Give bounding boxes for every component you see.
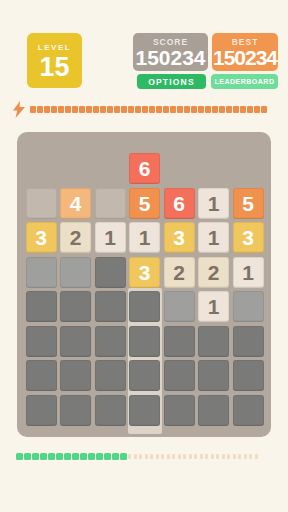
block-dark[interactable] — [164, 326, 195, 357]
energy-segment — [149, 106, 155, 113]
energy-segment — [177, 106, 183, 113]
tile-1[interactable]: 1 — [233, 257, 264, 288]
block-dark[interactable] — [164, 395, 195, 426]
tile-4[interactable]: 4 — [60, 188, 91, 219]
energy-bar — [30, 106, 267, 113]
block-dark[interactable] — [95, 257, 126, 288]
goal-segment-filled — [120, 453, 127, 460]
empty-cell[interactable] — [198, 153, 229, 184]
energy-segment — [240, 106, 246, 113]
empty-cell[interactable] — [233, 153, 264, 184]
energy-segment — [100, 106, 106, 113]
energy-segment — [121, 106, 127, 113]
energy-segment — [170, 106, 176, 113]
energy-segment — [79, 106, 85, 113]
energy-segment — [93, 106, 99, 113]
energy-segment — [142, 106, 148, 113]
goal-segment-remaining — [167, 454, 170, 459]
tile-3[interactable]: 3 — [129, 257, 160, 288]
goal-segment-remaining — [227, 454, 230, 459]
energy-segment — [226, 106, 232, 113]
tile-1[interactable]: 1 — [129, 222, 160, 253]
tile-3[interactable]: 3 — [26, 222, 57, 253]
block-dark[interactable] — [95, 291, 126, 322]
block-dark[interactable] — [26, 360, 57, 391]
tile-1[interactable]: 1 — [198, 291, 229, 322]
tile-3[interactable]: 3 — [233, 222, 264, 253]
block-dark[interactable] — [60, 326, 91, 357]
empty-cell[interactable] — [60, 153, 91, 184]
tile-1[interactable]: 1 — [198, 222, 229, 253]
block-dark[interactable] — [129, 395, 160, 426]
goal-segment-filled — [96, 453, 103, 460]
goal-segment-remaining — [183, 454, 186, 459]
goal-segment-filled — [16, 453, 23, 460]
goal-segment-filled — [56, 453, 63, 460]
block-dark[interactable] — [95, 360, 126, 391]
tile-5[interactable]: 5 — [233, 188, 264, 219]
energy-segment — [205, 106, 211, 113]
tile-2[interactable]: 2 — [60, 222, 91, 253]
goal-segment-remaining — [222, 454, 225, 459]
goal-segment-filled — [88, 453, 95, 460]
goal-segment-filled — [48, 453, 55, 460]
goal-segment-remaining — [172, 454, 175, 459]
goal-segment-remaining — [238, 454, 241, 459]
block-dark[interactable] — [60, 395, 91, 426]
energy-segment — [30, 106, 36, 113]
empty-cell[interactable] — [95, 153, 126, 184]
level-label: LEVEL — [27, 43, 82, 52]
best-badge: BEST 150234 — [212, 33, 278, 71]
energy-segment — [58, 106, 64, 113]
tile-2[interactable]: 2 — [164, 257, 195, 288]
goal-segment-filled — [32, 453, 39, 460]
block-gray[interactable] — [233, 291, 264, 322]
goal-segment-filled — [72, 453, 79, 460]
goal-progress-bar — [16, 453, 260, 460]
goal-segment-remaining — [189, 454, 192, 459]
energy-segment — [51, 106, 57, 113]
energy-segment — [247, 106, 253, 113]
block-dark[interactable] — [198, 395, 229, 426]
goal-segment-remaining — [150, 454, 153, 459]
block-dark[interactable] — [60, 360, 91, 391]
goal-segment-remaining — [128, 454, 131, 459]
best-value: 150234 — [212, 47, 278, 69]
block-dark[interactable] — [60, 291, 91, 322]
block-dark[interactable] — [198, 360, 229, 391]
goal-segment-filled — [112, 453, 119, 460]
block-dark[interactable] — [95, 395, 126, 426]
block-dark[interactable] — [233, 360, 264, 391]
level-badge: LEVEL 15 — [27, 33, 82, 88]
lightning-bolt-icon — [13, 101, 25, 118]
energy-segment — [233, 106, 239, 113]
goal-segment-remaining — [139, 454, 142, 459]
tile-blank[interactable] — [26, 188, 57, 219]
energy-segment — [163, 106, 169, 113]
block-dark[interactable] — [95, 326, 126, 357]
block-dark[interactable] — [164, 360, 195, 391]
goal-segment-remaining — [244, 454, 247, 459]
goal-segment-remaining — [211, 454, 214, 459]
goal-segment-filled — [40, 453, 47, 460]
goal-segment-filled — [80, 453, 87, 460]
goal-segment-remaining — [205, 454, 208, 459]
energy-segment — [86, 106, 92, 113]
leaderboard-button[interactable]: LEADERBOARD — [211, 74, 278, 89]
energy-segment — [44, 106, 50, 113]
tile-6[interactable]: 6 — [164, 188, 195, 219]
goal-segment-remaining — [233, 454, 236, 459]
game-board: 645615321131332211 — [17, 132, 271, 437]
energy-segment — [128, 106, 134, 113]
block-dark[interactable] — [233, 395, 264, 426]
energy-segment — [37, 106, 43, 113]
goal-segment-filled — [64, 453, 71, 460]
goal-segment-filled — [104, 453, 111, 460]
options-button[interactable]: OPTIONS — [137, 74, 206, 89]
block-dark[interactable] — [26, 395, 57, 426]
goal-segment-remaining — [216, 454, 219, 459]
energy-segment — [107, 106, 113, 113]
energy-segment — [156, 106, 162, 113]
goal-segment-remaining — [249, 454, 252, 459]
goal-segment-filled — [24, 453, 31, 460]
energy-segment — [191, 106, 197, 113]
goal-segment-remaining — [161, 454, 164, 459]
energy-segment — [114, 106, 120, 113]
tile-1[interactable]: 1 — [198, 188, 229, 219]
energy-segment — [261, 106, 267, 113]
energy-segment — [219, 106, 225, 113]
energy-segment — [72, 106, 78, 113]
goal-segment-remaining — [145, 454, 148, 459]
tile-3[interactable]: 3 — [164, 222, 195, 253]
tile-6[interactable]: 6 — [129, 153, 160, 184]
tile-1[interactable]: 1 — [95, 222, 126, 253]
energy-segment — [65, 106, 71, 113]
energy-segment — [198, 106, 204, 113]
board-grid: 645615321131332211 — [26, 153, 264, 426]
score-value: 150234 — [133, 47, 208, 69]
block-dark[interactable] — [26, 291, 57, 322]
game-screen: LEVEL 15 SCORE 150234 BEST 150234 OPTION… — [0, 0, 288, 512]
tile-5[interactable]: 5 — [129, 188, 160, 219]
block-gray[interactable] — [26, 257, 57, 288]
energy-segment — [212, 106, 218, 113]
block-dark[interactable] — [198, 326, 229, 357]
energy-segment — [254, 106, 260, 113]
goal-segment-remaining — [255, 454, 258, 459]
goal-segment-remaining — [194, 454, 197, 459]
goal-segment-remaining — [178, 454, 181, 459]
level-value: 15 — [27, 53, 82, 81]
block-dark[interactable] — [233, 326, 264, 357]
goal-segment-remaining — [156, 454, 159, 459]
block-dark[interactable] — [129, 326, 160, 357]
goal-segment-remaining — [200, 454, 203, 459]
block-dark[interactable] — [129, 360, 160, 391]
empty-cell[interactable] — [164, 153, 195, 184]
block-dark[interactable] — [26, 326, 57, 357]
block-dark[interactable] — [129, 291, 160, 322]
energy-segment — [184, 106, 190, 113]
block-gray[interactable] — [164, 291, 195, 322]
score-badge: SCORE 150234 — [133, 33, 208, 71]
tile-2[interactable]: 2 — [198, 257, 229, 288]
empty-cell[interactable] — [26, 153, 57, 184]
tile-blank[interactable] — [95, 188, 126, 219]
energy-segment — [135, 106, 141, 113]
block-gray[interactable] — [60, 257, 91, 288]
goal-segment-remaining — [134, 454, 137, 459]
